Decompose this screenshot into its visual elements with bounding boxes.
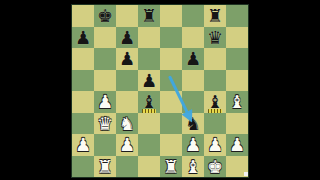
- square-b7[interactable]: [94, 27, 116, 49]
- piece-black-rook[interactable]: ♜: [204, 5, 226, 27]
- square-h3[interactable]: [226, 113, 248, 135]
- square-b5[interactable]: [94, 70, 116, 92]
- piece-white-pawn[interactable]: ♟: [226, 134, 248, 156]
- square-d4[interactable]: ♝: [138, 91, 160, 113]
- piece-black-pawn[interactable]: ♟: [72, 27, 94, 49]
- piece-black-pawn[interactable]: ♟: [138, 70, 160, 92]
- piece-white-pawn[interactable]: ♟: [116, 134, 138, 156]
- piece-white-bishop[interactable]: ♝: [182, 156, 204, 178]
- piece-white-pawn[interactable]: ♟: [94, 91, 116, 113]
- square-b6[interactable]: [94, 48, 116, 70]
- square-f6[interactable]: ♟: [182, 48, 204, 70]
- piece-white-queen[interactable]: ♛: [94, 113, 116, 135]
- square-e6[interactable]: [160, 48, 182, 70]
- square-a6[interactable]: [72, 48, 94, 70]
- square-e5[interactable]: [160, 70, 182, 92]
- square-d6[interactable]: [138, 48, 160, 70]
- square-b3[interactable]: ♛: [94, 113, 116, 135]
- square-g2[interactable]: ♟: [204, 134, 226, 156]
- square-a2[interactable]: ♟: [72, 134, 94, 156]
- piece-white-pawn[interactable]: ♟: [72, 134, 94, 156]
- square-e8[interactable]: [160, 5, 182, 27]
- square-a5[interactable]: [72, 70, 94, 92]
- piece-black-pawn[interactable]: ♟: [116, 27, 138, 49]
- square-f1[interactable]: ♝: [182, 156, 204, 178]
- square-g7[interactable]: ♛: [204, 27, 226, 49]
- square-f5[interactable]: [182, 70, 204, 92]
- square-d2[interactable]: [138, 134, 160, 156]
- square-b1[interactable]: ♜: [94, 156, 116, 178]
- square-d8[interactable]: ♜: [138, 5, 160, 27]
- piece-white-bishop[interactable]: ♝: [226, 91, 248, 113]
- square-g3[interactable]: [204, 113, 226, 135]
- square-c4[interactable]: [116, 91, 138, 113]
- square-c6[interactable]: ♟: [116, 48, 138, 70]
- square-f3[interactable]: ♞: [182, 113, 204, 135]
- piece-black-knight[interactable]: ♞: [182, 113, 204, 135]
- square-g5[interactable]: [204, 70, 226, 92]
- piece-white-rook[interactable]: ♜: [94, 156, 116, 178]
- video-frame: ♚♜♜♟♟♛♟♟♟♟♝♝♝♛♞♞♟♟♟♟♟♜♜♝♚: [0, 0, 320, 180]
- letterbox-left: [0, 0, 71, 180]
- square-b4[interactable]: ♟: [94, 91, 116, 113]
- square-a8[interactable]: [72, 5, 94, 27]
- chess-board-frame: ♚♜♜♟♟♛♟♟♟♟♝♝♝♛♞♞♟♟♟♟♟♜♜♝♚: [71, 4, 249, 178]
- square-g4[interactable]: ♝: [204, 91, 226, 113]
- square-a3[interactable]: [72, 113, 94, 135]
- square-d5[interactable]: ♟: [138, 70, 160, 92]
- watermark-dot: [244, 172, 248, 176]
- square-c7[interactable]: ♟: [116, 27, 138, 49]
- piece-white-king[interactable]: ♚: [204, 156, 226, 178]
- piece-white-rook[interactable]: ♜: [160, 156, 182, 178]
- square-f8[interactable]: [182, 5, 204, 27]
- square-a7[interactable]: ♟: [72, 27, 94, 49]
- chess-board[interactable]: ♚♜♜♟♟♛♟♟♟♟♝♝♝♛♞♞♟♟♟♟♟♜♜♝♚: [72, 5, 248, 177]
- square-a1[interactable]: [72, 156, 94, 178]
- square-c5[interactable]: [116, 70, 138, 92]
- square-b2[interactable]: [94, 134, 116, 156]
- square-d1[interactable]: [138, 156, 160, 178]
- square-g6[interactable]: [204, 48, 226, 70]
- square-d7[interactable]: [138, 27, 160, 49]
- square-f2[interactable]: ♟: [182, 134, 204, 156]
- square-e1[interactable]: ♜: [160, 156, 182, 178]
- square-f7[interactable]: [182, 27, 204, 49]
- square-e7[interactable]: [160, 27, 182, 49]
- square-h6[interactable]: [226, 48, 248, 70]
- square-h8[interactable]: [226, 5, 248, 27]
- piece-black-pawn[interactable]: ♟: [116, 48, 138, 70]
- piece-white-pawn[interactable]: ♟: [204, 134, 226, 156]
- piece-black-rook[interactable]: ♜: [138, 5, 160, 27]
- piece-white-pawn[interactable]: ♟: [182, 134, 204, 156]
- square-f4[interactable]: [182, 91, 204, 113]
- square-a4[interactable]: [72, 91, 94, 113]
- square-c3[interactable]: ♞: [116, 113, 138, 135]
- piece-white-knight[interactable]: ♞: [116, 113, 138, 135]
- square-h5[interactable]: [226, 70, 248, 92]
- square-h2[interactable]: ♟: [226, 134, 248, 156]
- square-e2[interactable]: [160, 134, 182, 156]
- piece-black-pawn[interactable]: ♟: [182, 48, 204, 70]
- square-g8[interactable]: ♜: [204, 5, 226, 27]
- square-c8[interactable]: [116, 5, 138, 27]
- square-e3[interactable]: [160, 113, 182, 135]
- square-c1[interactable]: [116, 156, 138, 178]
- piece-black-queen[interactable]: ♛: [204, 27, 226, 49]
- square-h4[interactable]: ♝: [226, 91, 248, 113]
- square-h7[interactable]: [226, 27, 248, 49]
- square-b8[interactable]: ♚: [94, 5, 116, 27]
- square-d3[interactable]: [138, 113, 160, 135]
- piece-black-king[interactable]: ♚: [94, 5, 116, 27]
- letterbox-right: [249, 0, 320, 180]
- square-e4[interactable]: [160, 91, 182, 113]
- square-c2[interactable]: ♟: [116, 134, 138, 156]
- square-g1[interactable]: ♚: [204, 156, 226, 178]
